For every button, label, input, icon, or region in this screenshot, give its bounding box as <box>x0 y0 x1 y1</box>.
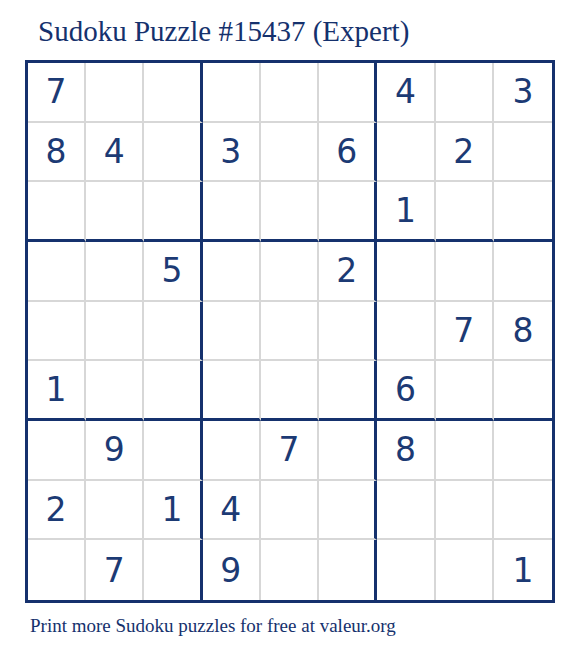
cell-r9c9: 1 <box>494 540 552 600</box>
cell-r9c2: 7 <box>86 540 144 600</box>
cell-r4c3: 5 <box>144 242 202 302</box>
cell-r8c5 <box>261 481 319 541</box>
cell-r7c7: 8 <box>377 421 435 481</box>
footer-text: Print more Sudoku puzzles for free at va… <box>30 614 396 638</box>
cell-r1c1: 7 <box>28 63 86 123</box>
cell-r9c5 <box>261 540 319 600</box>
cell-r5c1 <box>28 302 86 362</box>
sudoku-page: Sudoku Puzzle #15437 (Expert) 7438436215… <box>0 0 580 651</box>
cell-r6c5 <box>261 361 319 421</box>
cell-r9c4: 9 <box>203 540 261 600</box>
cell-r6c7: 6 <box>377 361 435 421</box>
cell-r8c3: 1 <box>144 481 202 541</box>
cell-r1c3 <box>144 63 202 123</box>
cell-r8c8 <box>436 481 494 541</box>
cell-r1c5 <box>261 63 319 123</box>
cell-r3c3 <box>144 182 202 242</box>
cell-r8c4: 4 <box>203 481 261 541</box>
cell-r5c4 <box>203 302 261 362</box>
cell-r2c2: 4 <box>86 123 144 183</box>
cell-r2c9 <box>494 123 552 183</box>
cell-r3c4 <box>203 182 261 242</box>
cell-r9c8 <box>436 540 494 600</box>
cell-r6c8 <box>436 361 494 421</box>
sudoku-grid: 743843621527816978214791 <box>25 60 555 603</box>
page-title: Sudoku Puzzle #15437 (Expert) <box>38 14 409 48</box>
cell-r5c7 <box>377 302 435 362</box>
cell-r5c8: 7 <box>436 302 494 362</box>
cell-r2c6: 6 <box>319 123 377 183</box>
cell-r1c8 <box>436 63 494 123</box>
cell-r8c1: 2 <box>28 481 86 541</box>
cell-r3c8 <box>436 182 494 242</box>
cell-r1c9: 3 <box>494 63 552 123</box>
cell-r2c8: 2 <box>436 123 494 183</box>
cell-r4c4 <box>203 242 261 302</box>
cell-r5c6 <box>319 302 377 362</box>
cell-r7c8 <box>436 421 494 481</box>
cell-r3c9 <box>494 182 552 242</box>
cell-r9c6 <box>319 540 377 600</box>
cell-r7c2: 9 <box>86 421 144 481</box>
cell-r2c4: 3 <box>203 123 261 183</box>
cell-r6c9 <box>494 361 552 421</box>
cell-r4c8 <box>436 242 494 302</box>
cell-r8c6 <box>319 481 377 541</box>
cell-r4c5 <box>261 242 319 302</box>
cell-r3c6 <box>319 182 377 242</box>
cell-r7c6 <box>319 421 377 481</box>
cell-r1c6 <box>319 63 377 123</box>
cell-r7c9 <box>494 421 552 481</box>
cell-r1c2 <box>86 63 144 123</box>
cell-r6c3 <box>144 361 202 421</box>
cell-r1c7: 4 <box>377 63 435 123</box>
cell-r4c9 <box>494 242 552 302</box>
cell-r8c2 <box>86 481 144 541</box>
cell-r2c5 <box>261 123 319 183</box>
cell-r3c2 <box>86 182 144 242</box>
cell-r3c7: 1 <box>377 182 435 242</box>
cell-r6c6 <box>319 361 377 421</box>
cell-r4c2 <box>86 242 144 302</box>
cell-r9c3 <box>144 540 202 600</box>
cell-r7c3 <box>144 421 202 481</box>
cell-r4c6: 2 <box>319 242 377 302</box>
cell-r9c1 <box>28 540 86 600</box>
cell-r9c7 <box>377 540 435 600</box>
cell-r4c7 <box>377 242 435 302</box>
cell-r5c5 <box>261 302 319 362</box>
cell-r2c7 <box>377 123 435 183</box>
cell-r5c3 <box>144 302 202 362</box>
cell-r7c4 <box>203 421 261 481</box>
cell-r6c1: 1 <box>28 361 86 421</box>
cell-r1c4 <box>203 63 261 123</box>
cell-r6c4 <box>203 361 261 421</box>
cell-r4c1 <box>28 242 86 302</box>
cell-r2c3 <box>144 123 202 183</box>
cell-r3c1 <box>28 182 86 242</box>
cell-r7c5: 7 <box>261 421 319 481</box>
cell-r8c7 <box>377 481 435 541</box>
cell-r5c9: 8 <box>494 302 552 362</box>
cell-r3c5 <box>261 182 319 242</box>
cell-r7c1 <box>28 421 86 481</box>
cell-r6c2 <box>86 361 144 421</box>
cell-r5c2 <box>86 302 144 362</box>
cell-r2c1: 8 <box>28 123 86 183</box>
cell-r8c9 <box>494 481 552 541</box>
